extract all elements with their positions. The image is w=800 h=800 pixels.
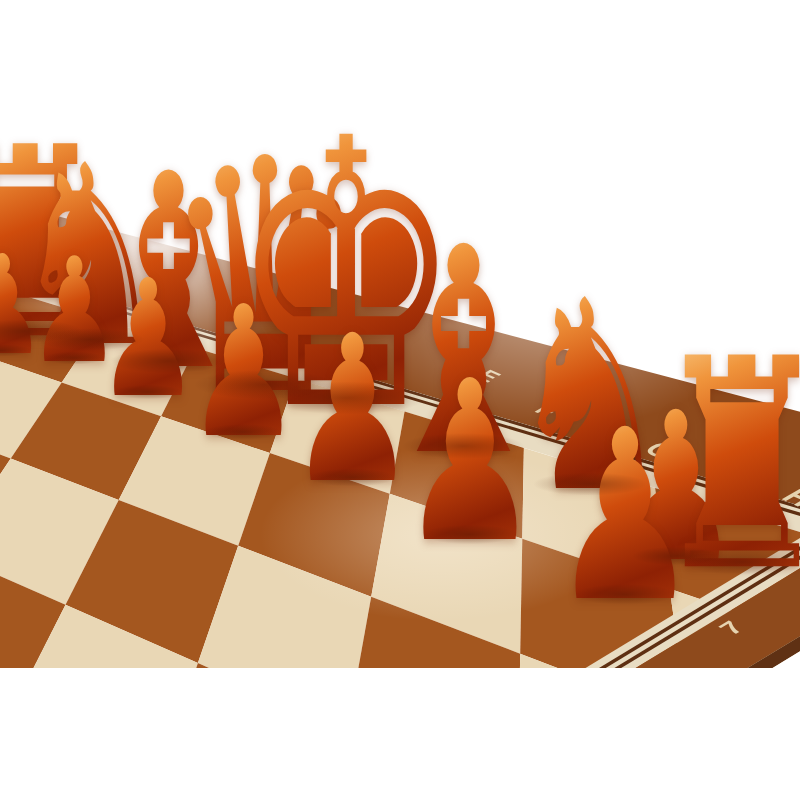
chess-photo: EFGH7 ♜♞♟♟♝♛♟♚♟♝♟♞♟♟♜♟: [0, 0, 800, 668]
page: { "game": "chess", "title": "Amber trans…: [0, 0, 800, 800]
pieces-layer: ♜♞♟♟♝♛♟♚♟♝♟♞♟♟♜♟: [0, 0, 800, 668]
piece-amber-pawn-g7[interactable]: ♟: [542, 399, 707, 635]
piece-amber-pawn-f7[interactable]: ♟: [392, 351, 547, 573]
